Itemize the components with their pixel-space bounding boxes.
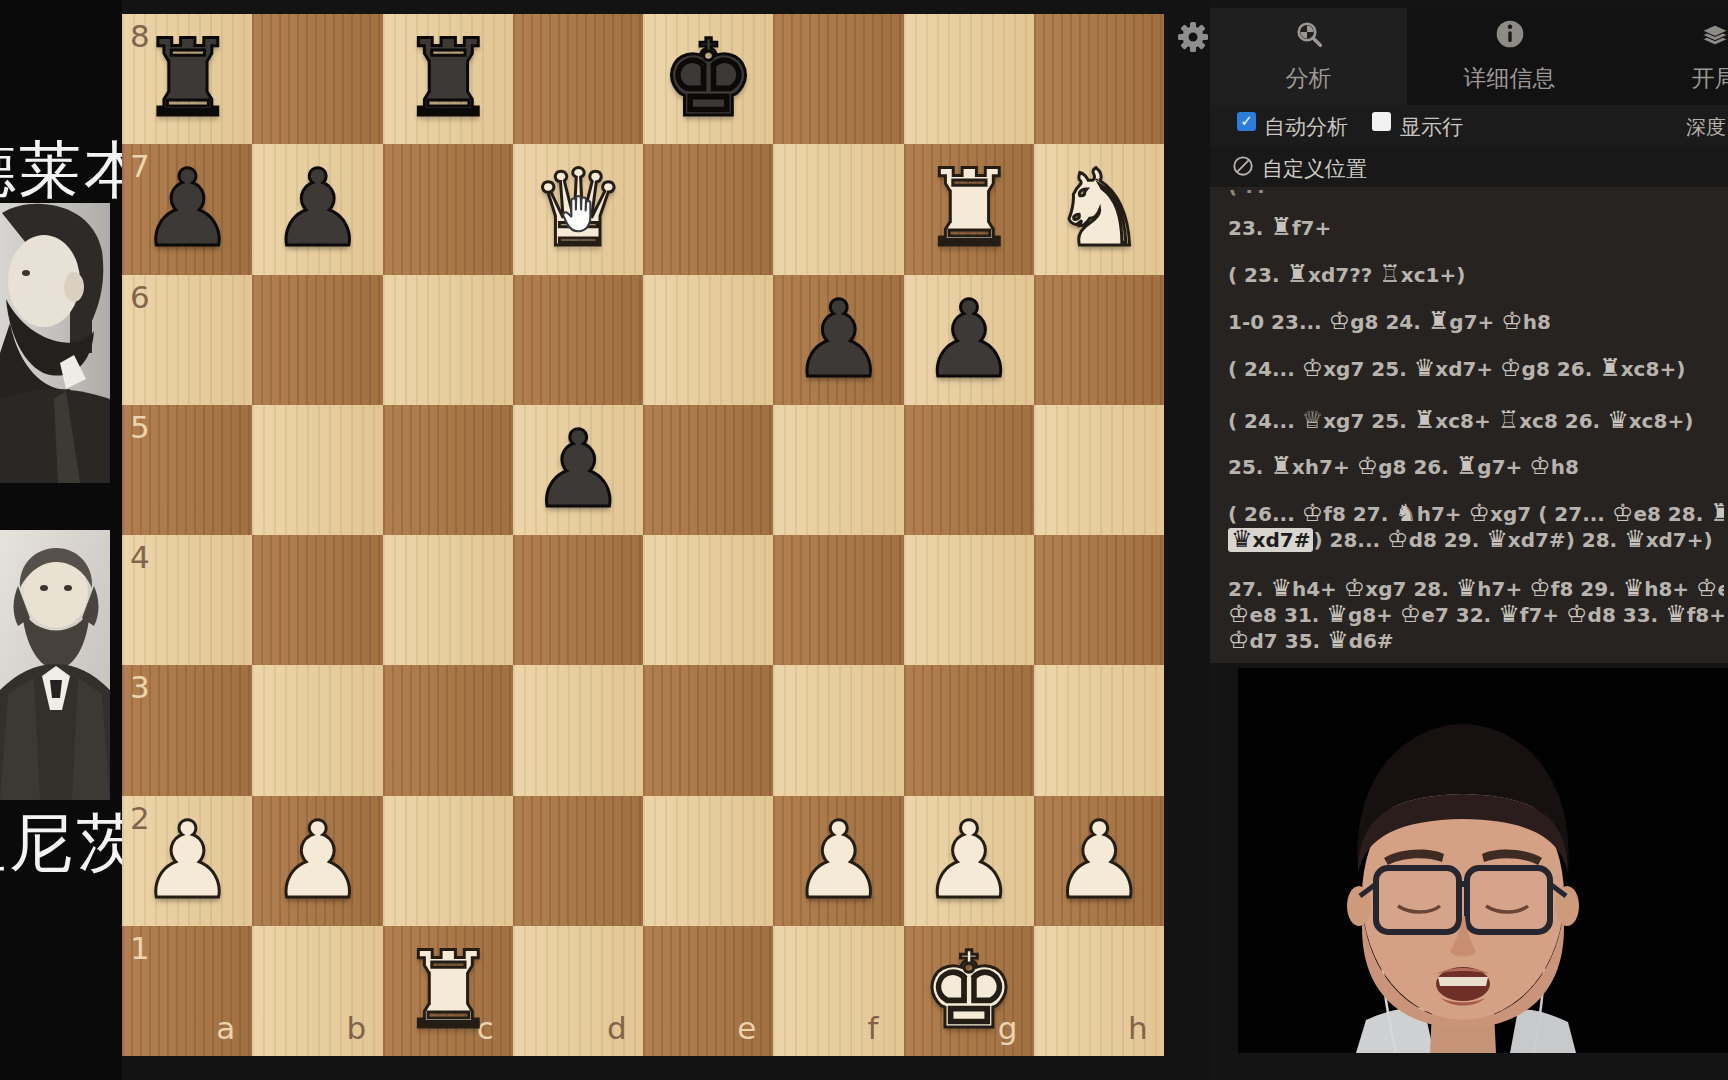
- tab-details[interactable]: 详细信息: [1407, 8, 1612, 105]
- rank-label-5: 5: [130, 409, 150, 445]
- move-row-6-0[interactable]: ( 26... ♔f8 27. ♞h7+ ♔xg7 ( 27... ♔e8 28…: [1228, 500, 1724, 526]
- file-label-f: f: [868, 1010, 879, 1046]
- chess-board[interactable]: 87654321abcdefgh♜♜♚♟♟♛♜♞♟♟♟♟♟♟♟♟♜♚: [122, 14, 1164, 1056]
- hand-cursor-icon: [558, 190, 600, 236]
- square-h3[interactable]: [1034, 665, 1164, 795]
- analysis-panel: 分析 详细信息: [1210, 0, 1728, 1080]
- square-b3[interactable]: [252, 665, 382, 795]
- square-g3[interactable]: [904, 665, 1034, 795]
- square-c7[interactable]: [383, 144, 513, 274]
- move-row-7-2[interactable]: ♔d7 35. ♛d6#: [1228, 627, 1724, 653]
- square-d3[interactable]: [513, 665, 643, 795]
- rank-label-2: 2: [130, 800, 150, 836]
- square-b8[interactable]: [252, 14, 382, 144]
- square-g7[interactable]: [904, 144, 1034, 274]
- square-d5[interactable]: [513, 405, 643, 535]
- move-row-2-0[interactable]: 1-0 23... ♔g8 24. ♜g7+ ♔h8: [1228, 308, 1724, 334]
- square-f8[interactable]: [773, 14, 903, 144]
- move-row-4-0[interactable]: ( 24... ♕xg7 25. ♜xc8+ ♖xc8 26. ♛xc8+): [1228, 407, 1724, 433]
- square-f7[interactable]: [773, 144, 903, 274]
- file-label-h: h: [1128, 1010, 1148, 1046]
- square-d2[interactable]: [513, 796, 643, 926]
- show-lines-label: 显示行: [1400, 113, 1463, 141]
- square-c8[interactable]: [383, 14, 513, 144]
- square-h5[interactable]: [1034, 405, 1164, 535]
- custom-position-row[interactable]: 自定义位置: [1210, 147, 1728, 187]
- square-c2[interactable]: [383, 796, 513, 926]
- square-f6[interactable]: [773, 275, 903, 405]
- portrait-von-bardeleben: [0, 203, 110, 483]
- square-b6[interactable]: [252, 275, 382, 405]
- square-d6[interactable]: [513, 275, 643, 405]
- panel-tab-bar: 分析 详细信息: [1210, 8, 1728, 105]
- square-e7[interactable]: [643, 144, 773, 274]
- app-window: 德莱本: [0, 0, 1728, 1080]
- portrait-steinitz: [0, 530, 110, 800]
- square-f2[interactable]: [773, 796, 903, 926]
- tab-opening[interactable]: 开局: [1612, 8, 1728, 105]
- file-label-e: e: [737, 1010, 756, 1046]
- square-e6[interactable]: [643, 275, 773, 405]
- square-b5[interactable]: [252, 405, 382, 535]
- auto-analysis-checkbox[interactable]: ✓: [1237, 112, 1256, 131]
- rank-label-3: 3: [130, 669, 150, 705]
- square-b4[interactable]: [252, 535, 382, 665]
- info-icon: [1407, 20, 1612, 54]
- analysis-move-list[interactable]: ( ?? 23. ♜f7+( 23. ♜xd7?? ♖xc1+)1-0 23..…: [1210, 187, 1728, 663]
- square-b7[interactable]: [252, 144, 382, 274]
- settings-gear-icon[interactable]: [1175, 19, 1211, 55]
- move-row-6-1[interactable]: ♛xd7#) 28... ♔d8 29. ♛xd7#) 28. ♛xd7+): [1228, 526, 1724, 552]
- square-g4[interactable]: [904, 535, 1034, 665]
- square-e8[interactable]: [643, 14, 773, 144]
- move-row-5-0[interactable]: 25. ♜xh7+ ♔g8 26. ♜g7+ ♔h8: [1228, 453, 1724, 479]
- square-g8[interactable]: [904, 14, 1034, 144]
- move-row-3-0[interactable]: ( 24... ♔xg7 25. ♛xd7+ ♔g8 26. ♜xc8+): [1228, 355, 1724, 381]
- square-f1[interactable]: [773, 926, 903, 1056]
- square-e4[interactable]: [643, 535, 773, 665]
- square-h2[interactable]: [1034, 796, 1164, 926]
- square-h6[interactable]: [1034, 275, 1164, 405]
- analysis-controls: ✓ 自动分析 显示行 深度=: [1210, 105, 1728, 147]
- square-c4[interactable]: [383, 535, 513, 665]
- move-row-7-0[interactable]: 27. ♛h4+ ♔xg7 28. ♛h7+ ♔f8 29. ♛h8+ ♔e7 …: [1228, 575, 1724, 601]
- square-h7[interactable]: [1034, 144, 1164, 274]
- move-row-0-0[interactable]: 23. ♜f7+: [1228, 214, 1724, 240]
- books-icon: [1612, 20, 1728, 54]
- file-label-g: g: [998, 1010, 1018, 1046]
- square-g5[interactable]: [904, 405, 1034, 535]
- compass-icon: [1232, 155, 1254, 177]
- square-h4[interactable]: [1034, 535, 1164, 665]
- custom-position-label: 自定义位置: [1262, 155, 1367, 183]
- selected-move[interactable]: ♛xd7#: [1228, 528, 1313, 552]
- move-row-7-1[interactable]: ♔e8 31. ♛g8+ ♔e7 32. ♛f7+ ♔d8 33. ♛f8+ ♕…: [1228, 601, 1724, 627]
- rank-label-7: 7: [130, 148, 150, 184]
- square-e3[interactable]: [643, 665, 773, 795]
- square-g2[interactable]: [904, 796, 1034, 926]
- square-f3[interactable]: [773, 665, 903, 795]
- square-e2[interactable]: [643, 796, 773, 926]
- file-label-a: a: [216, 1010, 235, 1046]
- clipped-move-row: ( ??: [1228, 190, 1724, 199]
- file-label-d: d: [607, 1010, 627, 1046]
- webcam-video: [1238, 668, 1728, 1053]
- square-d4[interactable]: [513, 535, 643, 665]
- square-b2[interactable]: [252, 796, 382, 926]
- show-lines-checkbox[interactable]: [1372, 112, 1391, 131]
- move-row-1-0[interactable]: ( 23. ♜xd7?? ♖xc1+): [1228, 261, 1724, 287]
- rank-label-1: 1: [130, 930, 150, 966]
- square-f4[interactable]: [773, 535, 903, 665]
- left-photo-strip: 德莱本: [0, 0, 122, 1080]
- rank-label-6: 6: [130, 279, 150, 315]
- square-g6[interactable]: [904, 275, 1034, 405]
- square-c5[interactable]: [383, 405, 513, 535]
- square-h8[interactable]: [1034, 14, 1164, 144]
- magnifier-icon: [1210, 20, 1407, 54]
- auto-analysis-label: 自动分析: [1264, 113, 1348, 141]
- square-c6[interactable]: [383, 275, 513, 405]
- rank-label-4: 4: [130, 539, 150, 575]
- file-label-b: b: [347, 1010, 367, 1046]
- tab-analysis[interactable]: 分析: [1210, 8, 1407, 105]
- square-d8[interactable]: [513, 14, 643, 144]
- square-e5[interactable]: [643, 405, 773, 535]
- depth-label: 深度=: [1686, 114, 1728, 141]
- rank-label-8: 8: [130, 18, 150, 54]
- square-f5[interactable]: [773, 405, 903, 535]
- file-label-c: c: [477, 1010, 494, 1046]
- square-c3[interactable]: [383, 665, 513, 795]
